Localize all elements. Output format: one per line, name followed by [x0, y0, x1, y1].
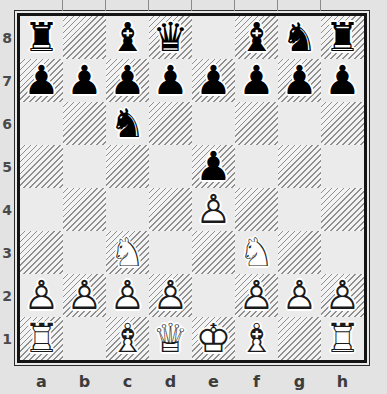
file-label-d: d	[149, 370, 192, 392]
piece-black-pawn-b7: ♟♟	[63, 59, 106, 102]
square-e7: ♟♟	[192, 59, 235, 102]
piece-glyph: ♔	[192, 317, 235, 360]
square-c2: ♟♙	[106, 274, 149, 317]
piece-glyph: ♖	[20, 317, 63, 360]
piece-black-rook-h8: ♜♜	[321, 16, 364, 59]
rank-label-6: 6	[0, 102, 14, 145]
square-h3	[321, 231, 364, 274]
board-frame: ♜♜♝♝♛♛♝♝♞♞♜♜♟♟♟♟♟♟♟♟♟♟♟♟♟♟♟♟♞♞♟♟♟♙♞♘♞♘♟♙…	[14, 10, 370, 366]
piece-glyph: ♙	[20, 274, 63, 317]
piece-white-pawn-b2: ♟♙	[63, 274, 106, 317]
rank-labels: 87654321	[0, 16, 14, 360]
square-h1: ♜♖	[321, 317, 364, 360]
piece-white-rook-h1: ♜♖	[321, 317, 364, 360]
piece-glyph: ♗	[106, 317, 149, 360]
square-f2: ♟♙	[235, 274, 278, 317]
square-c6: ♞♞	[106, 102, 149, 145]
piece-white-bishop-f1: ♝♗	[235, 317, 278, 360]
grid-tick	[277, 0, 278, 11]
square-b4	[63, 188, 106, 231]
square-g3	[278, 231, 321, 274]
square-c1: ♝♗	[106, 317, 149, 360]
piece-glyph: ♟	[106, 59, 149, 102]
rank-label-2: 2	[0, 274, 14, 317]
piece-white-pawn-h2: ♟♙	[321, 274, 364, 317]
piece-glyph: ♛	[149, 16, 192, 59]
piece-white-bishop-c1: ♝♗	[106, 317, 149, 360]
square-d2: ♟♙	[149, 274, 192, 317]
square-g4	[278, 188, 321, 231]
piece-black-pawn-e7: ♟♟	[192, 59, 235, 102]
rank-label-8: 8	[0, 16, 14, 59]
piece-glyph: ♟	[192, 59, 235, 102]
square-d3	[149, 231, 192, 274]
file-label-b: b	[63, 370, 106, 392]
square-a6	[20, 102, 63, 145]
square-a7: ♟♟	[20, 59, 63, 102]
piece-white-pawn-g2: ♟♙	[278, 274, 321, 317]
file-label-a: a	[20, 370, 63, 392]
square-h8: ♜♜	[321, 16, 364, 59]
chess-diagram: 87654321 ♜♜♝♝♛♛♝♝♞♞♜♜♟♟♟♟♟♟♟♟♟♟♟♟♟♟♟♟♞♞♟…	[0, 0, 387, 394]
piece-glyph: ♟	[235, 59, 278, 102]
square-c5	[106, 145, 149, 188]
square-g8: ♞♞	[278, 16, 321, 59]
square-h2: ♟♙	[321, 274, 364, 317]
square-a3	[20, 231, 63, 274]
square-d5	[149, 145, 192, 188]
square-b1	[63, 317, 106, 360]
grid-tick	[191, 0, 192, 11]
piece-black-bishop-f8: ♝♝	[235, 16, 278, 59]
square-d6	[149, 102, 192, 145]
square-d1: ♛♕	[149, 317, 192, 360]
square-b3	[63, 231, 106, 274]
piece-white-pawn-e4: ♟♙	[192, 188, 235, 231]
square-g5	[278, 145, 321, 188]
square-h4	[321, 188, 364, 231]
square-h6	[321, 102, 364, 145]
square-e1: ♚♔	[192, 317, 235, 360]
rank-label-4: 4	[0, 188, 14, 231]
piece-glyph: ♟	[63, 59, 106, 102]
square-f6	[235, 102, 278, 145]
file-label-c: c	[106, 370, 149, 392]
piece-glyph: ♘	[235, 231, 278, 274]
piece-white-queen-d1: ♛♕	[149, 317, 192, 360]
file-labels: abcdefgh	[20, 370, 364, 392]
grid-tick	[148, 0, 149, 11]
square-b6	[63, 102, 106, 145]
square-g1	[278, 317, 321, 360]
square-b7: ♟♟	[63, 59, 106, 102]
piece-glyph: ♕	[149, 317, 192, 360]
square-a2: ♟♙	[20, 274, 63, 317]
square-g7: ♟♟	[278, 59, 321, 102]
piece-glyph: ♜	[321, 16, 364, 59]
piece-glyph: ♝	[235, 16, 278, 59]
square-b5	[63, 145, 106, 188]
file-label-f: f	[235, 370, 278, 392]
square-e3	[192, 231, 235, 274]
piece-glyph: ♙	[192, 188, 235, 231]
piece-white-king-e1: ♚♔	[192, 317, 235, 360]
piece-glyph: ♙	[235, 274, 278, 317]
grid-tick	[234, 0, 235, 11]
grid-tick	[62, 0, 63, 11]
piece-glyph: ♟	[149, 59, 192, 102]
piece-black-pawn-c7: ♟♟	[106, 59, 149, 102]
piece-black-pawn-a7: ♟♟	[20, 59, 63, 102]
piece-white-pawn-a2: ♟♙	[20, 274, 63, 317]
piece-glyph: ♙	[63, 274, 106, 317]
piece-glyph: ♙	[321, 274, 364, 317]
file-label-e: e	[192, 370, 235, 392]
piece-white-knight-c3: ♞♘	[106, 231, 149, 274]
piece-white-pawn-c2: ♟♙	[106, 274, 149, 317]
square-b8	[63, 16, 106, 59]
square-f3: ♞♘	[235, 231, 278, 274]
square-d8: ♛♛	[149, 16, 192, 59]
square-b2: ♟♙	[63, 274, 106, 317]
square-g2: ♟♙	[278, 274, 321, 317]
square-f1: ♝♗	[235, 317, 278, 360]
square-g6	[278, 102, 321, 145]
piece-glyph: ♙	[106, 274, 149, 317]
square-h5	[321, 145, 364, 188]
chess-board: ♜♜♝♝♛♛♝♝♞♞♜♜♟♟♟♟♟♟♟♟♟♟♟♟♟♟♟♟♞♞♟♟♟♙♞♘♞♘♟♙…	[20, 16, 364, 360]
rank-label-7: 7	[0, 59, 14, 102]
square-f7: ♟♟	[235, 59, 278, 102]
piece-glyph: ♙	[278, 274, 321, 317]
piece-glyph: ♖	[321, 317, 364, 360]
piece-black-pawn-g7: ♟♟	[278, 59, 321, 102]
piece-black-queen-d8: ♛♛	[149, 16, 192, 59]
piece-white-knight-f3: ♞♘	[235, 231, 278, 274]
rank-label-1: 1	[0, 317, 14, 360]
square-f5	[235, 145, 278, 188]
square-d7: ♟♟	[149, 59, 192, 102]
square-c7: ♟♟	[106, 59, 149, 102]
piece-glyph: ♟	[20, 59, 63, 102]
piece-black-rook-a8: ♜♜	[20, 16, 63, 59]
piece-glyph: ♟	[192, 145, 235, 188]
square-d4	[149, 188, 192, 231]
grid-tick	[105, 0, 106, 11]
piece-glyph: ♗	[235, 317, 278, 360]
square-e5: ♟♟	[192, 145, 235, 188]
square-f4	[235, 188, 278, 231]
board-inner-border: ♜♜♝♝♛♛♝♝♞♞♜♜♟♟♟♟♟♟♟♟♟♟♟♟♟♟♟♟♞♞♟♟♟♙♞♘♞♘♟♙…	[17, 13, 367, 363]
square-e2	[192, 274, 235, 317]
piece-white-rook-a1: ♜♖	[20, 317, 63, 360]
piece-black-pawn-f7: ♟♟	[235, 59, 278, 102]
rank-label-3: 3	[0, 231, 14, 274]
piece-glyph: ♞	[278, 16, 321, 59]
square-c8: ♝♝	[106, 16, 149, 59]
square-h7: ♟♟	[321, 59, 364, 102]
square-c3: ♞♘	[106, 231, 149, 274]
piece-glyph: ♙	[149, 274, 192, 317]
file-label-g: g	[278, 370, 321, 392]
piece-black-pawn-e5: ♟♟	[192, 145, 235, 188]
piece-black-pawn-h7: ♟♟	[321, 59, 364, 102]
piece-glyph: ♝	[106, 16, 149, 59]
piece-glyph: ♞	[106, 102, 149, 145]
square-c4	[106, 188, 149, 231]
piece-black-knight-g8: ♞♞	[278, 16, 321, 59]
square-e4: ♟♙	[192, 188, 235, 231]
rank-label-5: 5	[0, 145, 14, 188]
piece-glyph: ♟	[278, 59, 321, 102]
piece-black-bishop-c8: ♝♝	[106, 16, 149, 59]
square-a5	[20, 145, 63, 188]
piece-black-knight-c6: ♞♞	[106, 102, 149, 145]
piece-glyph: ♟	[321, 59, 364, 102]
square-f8: ♝♝	[235, 16, 278, 59]
grid-tick	[320, 0, 321, 11]
piece-white-pawn-d2: ♟♙	[149, 274, 192, 317]
piece-glyph: ♜	[20, 16, 63, 59]
square-a4	[20, 188, 63, 231]
square-a8: ♜♜	[20, 16, 63, 59]
file-label-h: h	[321, 370, 364, 392]
piece-glyph: ♘	[106, 231, 149, 274]
square-a1: ♜♖	[20, 317, 63, 360]
piece-black-pawn-d7: ♟♟	[149, 59, 192, 102]
piece-white-pawn-f2: ♟♙	[235, 274, 278, 317]
square-e6	[192, 102, 235, 145]
square-e8	[192, 16, 235, 59]
